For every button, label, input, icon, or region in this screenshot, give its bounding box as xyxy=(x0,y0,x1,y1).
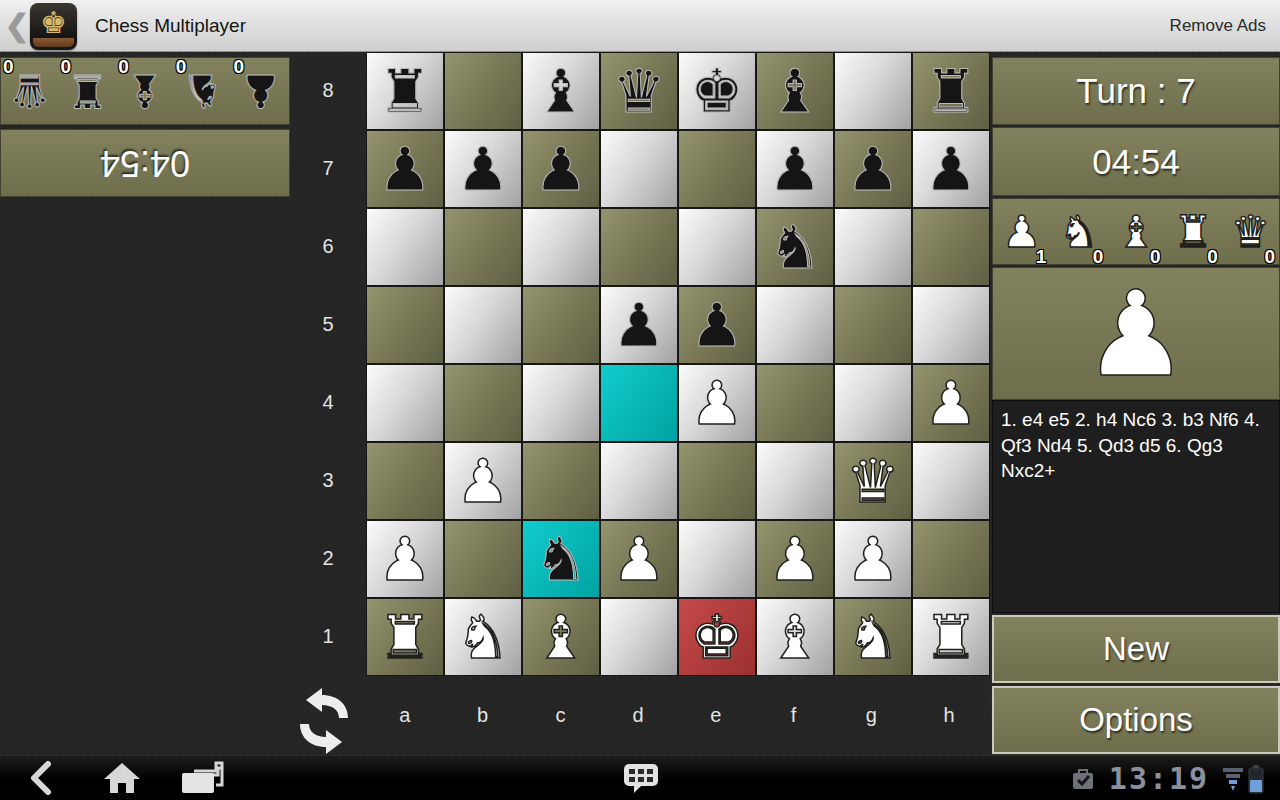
nav-home-icon[interactable] xyxy=(102,761,142,795)
square-c5[interactable] xyxy=(523,287,599,363)
square-h4[interactable]: ♟ xyxy=(913,365,989,441)
piece-K-e1: ♚ xyxy=(690,607,744,667)
rank-label-3: 3 xyxy=(290,441,366,519)
captured-count: 0 xyxy=(233,56,244,78)
square-f4[interactable] xyxy=(757,365,833,441)
file-label-h: h xyxy=(910,676,988,754)
square-h5[interactable] xyxy=(913,287,989,363)
app-icon-king-glyph: ♚ xyxy=(30,3,77,43)
opponent-clock: 04:54 xyxy=(0,129,290,197)
square-c7[interactable]: ♟ xyxy=(523,131,599,207)
piece-B-f1: ♝ xyxy=(768,607,822,667)
page-title: Chess Multiplayer xyxy=(95,0,246,52)
square-e2[interactable] xyxy=(679,521,755,597)
captured-piece-glyph: ♟ xyxy=(240,68,281,114)
file-labels: abcdefgh xyxy=(366,676,988,754)
square-b4[interactable] xyxy=(445,365,521,441)
rank-label-1: 1 xyxy=(290,597,366,675)
square-g7[interactable]: ♟ xyxy=(835,131,911,207)
square-c3[interactable] xyxy=(523,443,599,519)
square-g4[interactable] xyxy=(835,365,911,441)
square-c4[interactable] xyxy=(523,365,599,441)
square-e1[interactable]: ♚ xyxy=(679,599,755,675)
square-d8[interactable]: ♛ xyxy=(601,53,677,129)
chess-board: ♜♝♛♚♝♜♟♟♟♟♟♟♞♟♟♟♟♟♛♟♞♟♟♟♜♞♝♚♝♞♜ xyxy=(366,52,990,676)
square-h2[interactable] xyxy=(913,521,989,597)
square-e4[interactable]: ♟ xyxy=(679,365,755,441)
captured-b: ♝0 xyxy=(116,58,174,124)
piece-P-f2: ♟ xyxy=(768,529,822,589)
square-d4[interactable] xyxy=(601,365,677,441)
square-d2[interactable]: ♟ xyxy=(601,521,677,597)
square-a7[interactable]: ♟ xyxy=(367,131,443,207)
file-label-g: g xyxy=(833,676,911,754)
square-e3[interactable] xyxy=(679,443,755,519)
turn-label: Turn : 7 xyxy=(1076,71,1195,111)
captured-count: 0 xyxy=(61,56,72,78)
captured-piece-glyph: ♜ xyxy=(67,68,108,114)
square-b8[interactable] xyxy=(445,53,521,129)
piece-n-f6: ♞ xyxy=(768,217,822,277)
square-c8[interactable]: ♝ xyxy=(523,53,599,129)
square-d1[interactable] xyxy=(601,599,677,675)
piece-P-a2: ♟ xyxy=(378,529,432,589)
rank-label-8: 8 xyxy=(290,52,366,130)
system-bar: 13:19 xyxy=(0,755,1280,800)
square-b6[interactable] xyxy=(445,209,521,285)
square-f5[interactable] xyxy=(757,287,833,363)
captured-p: ♟0 xyxy=(231,58,289,124)
square-e7[interactable] xyxy=(679,131,755,207)
square-a8[interactable]: ♜ xyxy=(367,53,443,129)
square-c1[interactable]: ♝ xyxy=(523,599,599,675)
square-f8[interactable]: ♝ xyxy=(757,53,833,129)
captured-count: 0 xyxy=(176,56,187,78)
piece-k-e8: ♚ xyxy=(690,61,744,121)
rank-label-7: 7 xyxy=(290,130,366,208)
piece-Q-g3: ♛ xyxy=(846,451,900,511)
square-a6[interactable] xyxy=(367,209,443,285)
captured-count: 1 xyxy=(1036,246,1047,268)
opponent-captured-tray: ♛0♜0♝0♞0♟0 xyxy=(0,57,290,125)
captured-q: ♛0 xyxy=(1,58,59,124)
piece-P-b3: ♟ xyxy=(456,451,510,511)
file-label-e: e xyxy=(677,676,755,754)
piece-b-c8: ♝ xyxy=(534,61,588,121)
captured-r: ♜0 xyxy=(59,58,117,124)
square-h7[interactable]: ♟ xyxy=(913,131,989,207)
file-label-a: a xyxy=(366,676,444,754)
piece-r-a8: ♜ xyxy=(378,61,432,121)
square-f7[interactable]: ♟ xyxy=(757,131,833,207)
square-f6[interactable]: ♞ xyxy=(757,209,833,285)
square-f3[interactable] xyxy=(757,443,833,519)
piece-q-d8: ♛ xyxy=(612,61,666,121)
square-d7[interactable] xyxy=(601,131,677,207)
move-list: 1. e4 e5 2. h4 Nc6 3. b3 Nf6 4. Qf3 Nd4 … xyxy=(992,400,1280,613)
opponent-clock-value: 04:54 xyxy=(100,142,190,184)
square-b5[interactable] xyxy=(445,287,521,363)
captured-piece-glyph: ♞ xyxy=(182,68,223,114)
piece-p-e5: ♟ xyxy=(690,295,744,355)
captured-piece-glyph: ♝ xyxy=(124,68,165,114)
options-button[interactable]: Options xyxy=(992,686,1280,754)
piece-N-g1: ♞ xyxy=(846,607,900,667)
square-g5[interactable] xyxy=(835,287,911,363)
square-f1[interactable]: ♝ xyxy=(757,599,833,675)
square-g1[interactable]: ♞ xyxy=(835,599,911,675)
file-label-f: f xyxy=(755,676,833,754)
piece-P-d2: ♟ xyxy=(612,529,666,589)
square-c2[interactable]: ♞ xyxy=(523,521,599,597)
flip-board-icon[interactable] xyxy=(292,686,356,756)
piece-r-h8: ♜ xyxy=(924,61,978,121)
rank-label-5: 5 xyxy=(290,286,366,364)
rank-label-4: 4 xyxy=(290,364,366,442)
piece-P-g2: ♟ xyxy=(846,529,900,589)
square-b3[interactable]: ♟ xyxy=(445,443,521,519)
square-e5[interactable]: ♟ xyxy=(679,287,755,363)
square-e8[interactable]: ♚ xyxy=(679,53,755,129)
square-g8[interactable] xyxy=(835,53,911,129)
player-clock-value: 04:54 xyxy=(1092,142,1180,182)
turn-indicator: Turn : 7 xyxy=(992,57,1280,125)
piece-p-h7: ♟ xyxy=(924,139,978,199)
piece-P-e4: ♟ xyxy=(690,373,744,433)
nav-back-icon[interactable] xyxy=(22,761,62,795)
square-h1[interactable]: ♜ xyxy=(913,599,989,675)
piece-p-g7: ♟ xyxy=(846,139,900,199)
square-g2[interactable]: ♟ xyxy=(835,521,911,597)
status-download-check-icon xyxy=(1072,768,1094,790)
square-b2[interactable] xyxy=(445,521,521,597)
file-label-c: c xyxy=(522,676,600,754)
square-c6[interactable] xyxy=(523,209,599,285)
captured-pawn-glyph: ♟ xyxy=(1083,275,1189,393)
square-a2[interactable]: ♟ xyxy=(367,521,443,597)
square-a1[interactable]: ♜ xyxy=(367,599,443,675)
captured-N: ♞0 xyxy=(1050,199,1107,264)
new-button-label: New xyxy=(1103,630,1169,668)
captured-B: ♝0 xyxy=(1107,199,1164,264)
square-h3[interactable] xyxy=(913,443,989,519)
options-button-label: Options xyxy=(1079,701,1193,739)
square-g3[interactable]: ♛ xyxy=(835,443,911,519)
piece-R-h1: ♜ xyxy=(924,607,978,667)
status-wifi-icon xyxy=(1222,766,1244,792)
rank-labels: 87654321 xyxy=(290,52,366,675)
status-clock[interactable]: 13:19 xyxy=(1100,760,1218,798)
captured-R: ♜0 xyxy=(1165,199,1222,264)
square-e6[interactable] xyxy=(679,209,755,285)
piece-p-b7: ♟ xyxy=(456,139,510,199)
piece-p-f7: ♟ xyxy=(768,139,822,199)
square-a3[interactable] xyxy=(367,443,443,519)
square-h8[interactable]: ♜ xyxy=(913,53,989,129)
square-a4[interactable] xyxy=(367,365,443,441)
status-battery-icon xyxy=(1248,764,1264,794)
back-chevron-icon[interactable]: ❮ xyxy=(4,10,30,42)
captured-count: 0 xyxy=(118,56,129,78)
captured-piece-display: ♟ xyxy=(992,267,1280,400)
square-d6[interactable] xyxy=(601,209,677,285)
captured-P: ♟1 xyxy=(993,199,1050,264)
captured-piece-glyph: ♛ xyxy=(9,68,50,114)
square-d5[interactable]: ♟ xyxy=(601,287,677,363)
captured-count: 0 xyxy=(1207,246,1218,268)
new-game-button[interactable]: New xyxy=(992,615,1280,683)
piece-P-h4: ♟ xyxy=(924,373,978,433)
piece-N-b1: ♞ xyxy=(456,607,510,667)
piece-R-a1: ♜ xyxy=(378,607,432,667)
rank-label-6: 6 xyxy=(290,208,366,286)
piece-n-c2: ♞ xyxy=(534,529,588,589)
captured-n: ♞0 xyxy=(174,58,232,124)
file-label-b: b xyxy=(444,676,522,754)
captured-Q: ♛0 xyxy=(1222,199,1279,264)
square-f2[interactable]: ♟ xyxy=(757,521,833,597)
app-icon-base xyxy=(33,38,74,47)
square-g6[interactable] xyxy=(835,209,911,285)
square-h6[interactable] xyxy=(913,209,989,285)
nav-recents-icon[interactable] xyxy=(180,761,220,795)
piece-p-a7: ♟ xyxy=(378,139,432,199)
captured-count: 0 xyxy=(1264,246,1275,268)
player-clock: 04:54 xyxy=(992,127,1280,196)
piece-b-f8: ♝ xyxy=(768,61,822,121)
square-d3[interactable] xyxy=(601,443,677,519)
rank-label-2: 2 xyxy=(290,519,366,597)
square-b1[interactable]: ♞ xyxy=(445,599,521,675)
player-captured-tray: ♟1♞0♝0♜0♛0 xyxy=(992,198,1280,265)
chat-keyboard-icon[interactable] xyxy=(622,762,660,795)
file-label-d: d xyxy=(599,676,677,754)
square-b7[interactable]: ♟ xyxy=(445,131,521,207)
piece-p-c7: ♟ xyxy=(534,139,588,199)
app-header: ❮ ♚ Chess Multiplayer Remove Ads xyxy=(0,0,1280,52)
piece-p-d5: ♟ xyxy=(612,295,666,355)
app-icon: ♚ xyxy=(30,3,77,50)
square-a5[interactable] xyxy=(367,287,443,363)
piece-B-c1: ♝ xyxy=(534,607,588,667)
captured-count: 0 xyxy=(3,56,14,78)
remove-ads-link[interactable]: Remove Ads xyxy=(1170,0,1266,52)
